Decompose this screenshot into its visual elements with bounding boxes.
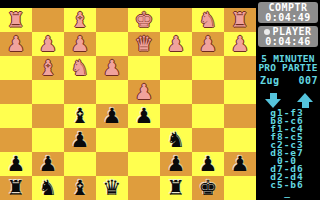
black-rook: ♜ [7, 8, 26, 32]
square-c8[interactable]: ♝ [64, 8, 96, 32]
computer-clock-panel: COMPTR 0:04:49 [258, 2, 318, 23]
square-d5[interactable] [96, 80, 128, 104]
square-c3[interactable]: ♟ [64, 128, 96, 152]
square-d7[interactable] [96, 32, 128, 56]
black-pawn: ♟ [199, 32, 218, 56]
square-b7[interactable]: ♟ [32, 32, 64, 56]
white-pawn: ♟ [71, 128, 90, 152]
white-queen: ♛ [103, 176, 122, 200]
black-pawn: ♟ [103, 56, 122, 80]
square-f2[interactable]: ♟ [160, 152, 192, 176]
square-f5[interactable] [160, 80, 192, 104]
square-e3[interactable] [128, 128, 160, 152]
square-e6[interactable] [128, 56, 160, 80]
white-rook: ♜ [167, 176, 186, 200]
time-control-line2: PRO PARTIE [256, 63, 320, 72]
square-g1[interactable]: ♚ [192, 176, 224, 200]
square-d4[interactable]: ♟ [96, 104, 128, 128]
white-king: ♚ [199, 176, 218, 200]
square-f3[interactable]: ♞ [160, 128, 192, 152]
white-pawn: ♟ [7, 152, 26, 176]
move-counter-label: Zug [260, 76, 280, 85]
move-counter: Zug 007 [260, 76, 318, 85]
move-counter-value: 007 [298, 76, 318, 85]
square-h2[interactable]: ♟ [224, 152, 256, 176]
black-queen: ♛ [135, 32, 154, 56]
square-e8[interactable]: ♚ [128, 8, 160, 32]
white-knight: ♞ [39, 176, 58, 200]
white-pawn: ♟ [103, 104, 122, 128]
black-pawn: ♟ [7, 32, 26, 56]
square-a5[interactable] [0, 80, 32, 104]
black-pawn: ♟ [135, 80, 154, 104]
square-e2[interactable] [128, 152, 160, 176]
square-e5[interactable]: ♟ [128, 80, 160, 104]
player-clock-time: 0:04:46 [258, 37, 318, 47]
white-pawn: ♟ [135, 104, 154, 128]
black-pawn: ♟ [39, 32, 58, 56]
white-pawn: ♟ [231, 152, 250, 176]
white-pawn: ♟ [167, 152, 186, 176]
square-a3[interactable] [0, 128, 32, 152]
square-d1[interactable]: ♛ [96, 176, 128, 200]
square-f4[interactable] [160, 104, 192, 128]
square-h6[interactable] [224, 56, 256, 80]
square-a4[interactable] [0, 104, 32, 128]
square-c2[interactable] [64, 152, 96, 176]
square-c5[interactable] [64, 80, 96, 104]
square-b4[interactable] [32, 104, 64, 128]
black-king: ♚ [135, 8, 154, 32]
sidebar: COMPTR 0:04:49 PLAYER 0:04:46 5 MINUTEN … [256, 0, 320, 200]
square-e7[interactable]: ♛ [128, 32, 160, 56]
square-h7[interactable]: ♟ [224, 32, 256, 56]
white-pawn: ♟ [39, 152, 58, 176]
square-a2[interactable]: ♟ [0, 152, 32, 176]
square-b3[interactable] [32, 128, 64, 152]
square-f7[interactable]: ♟ [160, 32, 192, 56]
square-g2[interactable]: ♟ [192, 152, 224, 176]
white-rook: ♜ [7, 176, 26, 200]
chess-app-screen: ♜♝♚♞♜♟♟♟♛♟♟♟♝♞♟♟♝♟♟♟♞♟♟♟♟♟♜♞♝♛♜♚ COMPTR … [0, 0, 320, 200]
chess-board: ♜♝♚♞♜♟♟♟♛♟♟♟♝♞♟♟♝♟♟♟♞♟♟♟♟♟♜♞♝♛♜♚ [0, 8, 256, 200]
square-g4[interactable] [192, 104, 224, 128]
square-c6[interactable]: ♞ [64, 56, 96, 80]
black-bishop: ♝ [71, 8, 90, 32]
square-f8[interactable] [160, 8, 192, 32]
square-g8[interactable]: ♞ [192, 8, 224, 32]
square-b6[interactable]: ♝ [32, 56, 64, 80]
square-e1[interactable] [128, 176, 160, 200]
square-a1[interactable]: ♜ [0, 176, 32, 200]
square-a8[interactable]: ♜ [0, 8, 32, 32]
input-cursor[interactable]: _ [256, 189, 318, 197]
square-h3[interactable] [224, 128, 256, 152]
black-knight: ♞ [199, 8, 218, 32]
white-bishop: ♝ [71, 104, 90, 128]
square-h1[interactable] [224, 176, 256, 200]
black-pawn: ♟ [71, 32, 90, 56]
square-g5[interactable] [192, 80, 224, 104]
square-g3[interactable] [192, 128, 224, 152]
black-rook: ♜ [231, 8, 250, 32]
square-c1[interactable]: ♝ [64, 176, 96, 200]
square-h8[interactable]: ♜ [224, 8, 256, 32]
square-d6[interactable]: ♟ [96, 56, 128, 80]
computer-clock-time: 0:04:49 [258, 13, 318, 23]
square-b2[interactable]: ♟ [32, 152, 64, 176]
square-h4[interactable] [224, 104, 256, 128]
player-clock-panel: PLAYER 0:04:46 [258, 26, 318, 47]
square-d2[interactable] [96, 152, 128, 176]
black-bishop: ♝ [39, 56, 58, 80]
scroll-up-arrow-icon[interactable] [297, 93, 314, 108]
square-b8[interactable] [32, 8, 64, 32]
white-side-disc-icon [264, 29, 270, 35]
square-e4[interactable]: ♟ [128, 104, 160, 128]
square-c7[interactable]: ♟ [64, 32, 96, 56]
white-knight: ♞ [167, 128, 186, 152]
black-pawn: ♟ [167, 32, 186, 56]
square-g6[interactable] [192, 56, 224, 80]
square-c4[interactable]: ♝ [64, 104, 96, 128]
square-b1[interactable]: ♞ [32, 176, 64, 200]
black-knight: ♞ [71, 56, 90, 80]
square-a7[interactable]: ♟ [0, 32, 32, 56]
white-bishop: ♝ [71, 176, 90, 200]
black-pawn: ♟ [231, 32, 250, 56]
square-g7[interactable]: ♟ [192, 32, 224, 56]
scroll-down-arrow-icon[interactable] [265, 93, 282, 108]
move-list: g1-f3b8-c6f1-c4f8-c5c2-c3d8-e70-0d7-d6d2… [256, 109, 318, 189]
square-f6[interactable] [160, 56, 192, 80]
square-a6[interactable] [0, 56, 32, 80]
square-h5[interactable] [224, 80, 256, 104]
square-d8[interactable] [96, 8, 128, 32]
square-d3[interactable] [96, 128, 128, 152]
square-b5[interactable] [32, 80, 64, 104]
square-f1[interactable]: ♜ [160, 176, 192, 200]
white-pawn: ♟ [199, 152, 218, 176]
time-control-setting: 5 MINUTEN PRO PARTIE [256, 54, 320, 72]
